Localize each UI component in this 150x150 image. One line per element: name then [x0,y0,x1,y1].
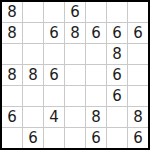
grid-cell-r4c7[interactable] [128,65,148,85]
puzzle-board: 868686668886666488666 [0,0,150,150]
grid-cell-r2c1[interactable]: 8 [2,23,22,43]
grid-cell-r6c6[interactable] [107,107,127,127]
grid-cell-r6c1[interactable]: 6 [2,107,22,127]
grid-cell-r2c7[interactable]: 6 [128,23,148,43]
grid-cell-r4c5[interactable] [86,65,106,85]
grid-cell-r3c2[interactable] [23,44,43,64]
grid-cell-r3c3[interactable] [44,44,64,64]
grid-cell-r5c5[interactable] [86,86,106,106]
grid-cell-r1c3[interactable] [44,2,64,22]
grid-cell-r1c7[interactable] [128,2,148,22]
grid-cell-r6c5[interactable]: 8 [86,107,106,127]
grid-cell-r3c6[interactable]: 8 [107,44,127,64]
grid-cell-r1c6[interactable] [107,2,127,22]
grid-cell-r7c3[interactable] [44,128,64,148]
grid-cell-r4c4[interactable] [65,65,85,85]
grid-cell-r7c4[interactable] [65,128,85,148]
puzzle-grid: 868686668886666488666 [2,2,148,148]
grid-cell-r2c5[interactable]: 6 [86,23,106,43]
grid-cell-r7c6[interactable] [107,128,127,148]
grid-cell-r3c1[interactable] [2,44,22,64]
grid-cell-r7c2[interactable]: 6 [23,128,43,148]
grid-cell-r3c5[interactable] [86,44,106,64]
grid-cell-r6c7[interactable]: 8 [128,107,148,127]
grid-cell-r7c1[interactable] [2,128,22,148]
grid-cell-r5c3[interactable] [44,86,64,106]
grid-cell-r5c2[interactable] [23,86,43,106]
grid-cell-r5c6[interactable]: 6 [107,86,127,106]
grid-cell-r4c1[interactable]: 8 [2,65,22,85]
grid-cell-r4c2[interactable]: 8 [23,65,43,85]
grid-cell-r4c3[interactable]: 6 [44,65,64,85]
grid-cell-r2c3[interactable]: 6 [44,23,64,43]
grid-cell-r1c1[interactable]: 8 [2,2,22,22]
grid-cell-r5c1[interactable] [2,86,22,106]
grid-cell-r1c5[interactable] [86,2,106,22]
grid-cell-r2c4[interactable]: 8 [65,23,85,43]
grid-cell-r1c4[interactable]: 6 [65,2,85,22]
grid-cell-r4c6[interactable]: 6 [107,65,127,85]
grid-cell-r7c5[interactable]: 6 [86,128,106,148]
grid-cell-r2c2[interactable] [23,23,43,43]
grid-cell-r3c4[interactable] [65,44,85,64]
grid-cell-r1c2[interactable] [23,2,43,22]
grid-cell-r7c7[interactable]: 6 [128,128,148,148]
grid-cell-r5c7[interactable] [128,86,148,106]
grid-cell-r6c3[interactable]: 4 [44,107,64,127]
grid-cell-r3c7[interactable] [128,44,148,64]
grid-cell-r2c6[interactable]: 6 [107,23,127,43]
grid-cell-r6c4[interactable] [65,107,85,127]
grid-cell-r5c4[interactable] [65,86,85,106]
grid-cell-r6c2[interactable] [23,107,43,127]
